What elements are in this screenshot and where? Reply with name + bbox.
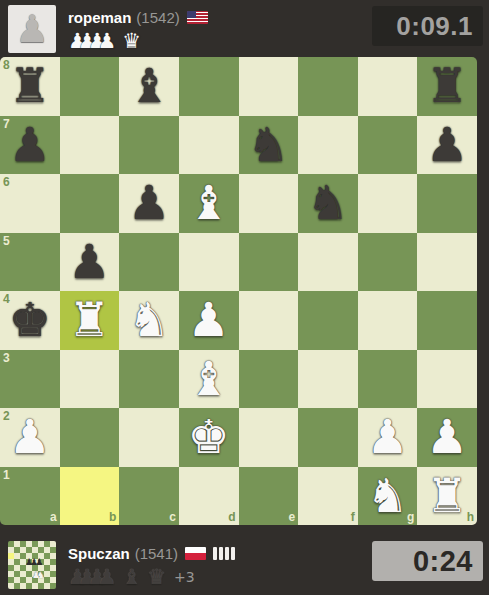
piece-white-pawn[interactable]: ♟ <box>188 292 230 348</box>
rank-label-5: 5 <box>3 235 10 247</box>
captured-p: ♟ <box>97 30 116 52</box>
piece-white-rook[interactable]: ♜ <box>68 292 110 348</box>
square-e5[interactable] <box>239 233 299 292</box>
square-f5[interactable] <box>298 233 358 292</box>
bottom-player-clock: 0:24 <box>372 541 483 581</box>
captured-b: ♝ <box>122 566 141 588</box>
square-h2[interactable]: ♟ <box>417 408 477 467</box>
square-h5[interactable] <box>417 233 477 292</box>
square-c4[interactable]: ♞ <box>119 291 179 350</box>
square-e4[interactable] <box>239 291 299 350</box>
piece-white-knight[interactable]: ♞ <box>128 292 170 348</box>
square-d8[interactable] <box>179 57 239 116</box>
square-g5[interactable] <box>358 233 418 292</box>
top-player-avatar[interactable]: ♟ <box>8 5 56 53</box>
piece-black-rook[interactable]: ♜ <box>426 58 468 114</box>
piece-white-rook[interactable]: ♜ <box>426 468 468 524</box>
captured-q: ♛ <box>147 566 166 588</box>
square-b6[interactable] <box>60 174 120 233</box>
piece-black-pawn[interactable]: ♟ <box>426 117 468 173</box>
material-advantage: +3 <box>174 569 195 585</box>
square-f7[interactable] <box>298 116 358 175</box>
square-b8[interactable] <box>60 57 120 116</box>
square-d1[interactable]: d <box>179 467 239 526</box>
bottom-player-name[interactable]: Spuczan <box>68 545 130 562</box>
square-g7[interactable] <box>358 116 418 175</box>
piece-black-rook[interactable]: ♜ <box>9 58 51 114</box>
square-a2[interactable]: 2♟ <box>0 408 60 467</box>
square-b4[interactable]: ♜ <box>60 291 120 350</box>
top-captured-pieces: ♟♟♟♟♛ <box>68 29 208 53</box>
bottom-captured-pieces: ♟♟♟♟♝♛+3 <box>68 565 235 589</box>
avatar-mini-black-pieces: ♟♟♟ <box>25 558 40 567</box>
captured-p: ♟ <box>97 566 116 588</box>
square-g1[interactable]: g♞ <box>358 467 418 526</box>
piece-white-bishop[interactable]: ♝ <box>188 175 230 231</box>
square-b5[interactable]: ♟ <box>60 233 120 292</box>
square-e3[interactable] <box>239 350 299 409</box>
square-c3[interactable] <box>119 350 179 409</box>
square-d4[interactable]: ♟ <box>179 291 239 350</box>
chess-board[interactable]: 8♜♝♜7♟♞♟6♟♝♞5♟4♚♜♞♟3♝2♟♚♟♟1abcdefg♞h♜ <box>0 57 477 525</box>
square-e7[interactable]: ♞ <box>239 116 299 175</box>
square-c2[interactable] <box>119 408 179 467</box>
piece-black-bishop[interactable]: ♝ <box>128 58 170 114</box>
square-e8[interactable] <box>239 57 299 116</box>
bottom-player-rating: (1541) <box>135 545 178 562</box>
bars-indicator <box>213 547 235 560</box>
file-label-a: a <box>50 511 57 523</box>
rank-label-6: 6 <box>3 176 10 188</box>
piece-white-bishop[interactable]: ♝ <box>188 351 230 407</box>
piece-black-knight[interactable]: ♞ <box>247 117 289 173</box>
top-player-bar: ♟ ropeman (1542) ♟♟♟♟♛ 0:09.1 <box>0 0 489 57</box>
square-a7[interactable]: 7♟ <box>0 116 60 175</box>
avatar-mini-white-pieces: ♟♞ <box>32 571 42 580</box>
square-f8[interactable] <box>298 57 358 116</box>
square-e6[interactable] <box>239 174 299 233</box>
top-player-clock: 0:09.1 <box>372 6 483 46</box>
square-e2[interactable] <box>239 408 299 467</box>
file-label-e: e <box>288 511 295 523</box>
piece-black-king[interactable]: ♚ <box>9 292 51 348</box>
game-page: ♟ ropeman (1542) ♟♟♟♟♛ 0:09.1 8♜♝♜7♟♞♟6♟… <box>0 0 489 595</box>
square-g8[interactable] <box>358 57 418 116</box>
square-a3[interactable]: 3 <box>0 350 60 409</box>
file-label-d: d <box>228 511 235 523</box>
square-g2[interactable]: ♟ <box>358 408 418 467</box>
square-h3[interactable] <box>417 350 477 409</box>
square-h4[interactable] <box>417 291 477 350</box>
square-f1[interactable]: f <box>298 467 358 526</box>
square-g6[interactable] <box>358 174 418 233</box>
piece-black-pawn[interactable]: ♟ <box>9 117 51 173</box>
top-player-name[interactable]: ropeman <box>68 9 131 26</box>
piece-black-knight[interactable]: ♞ <box>307 175 349 231</box>
square-g3[interactable] <box>358 350 418 409</box>
piece-black-pawn[interactable]: ♟ <box>68 234 110 290</box>
square-c1[interactable]: c <box>119 467 179 526</box>
square-g4[interactable] <box>358 291 418 350</box>
square-f2[interactable] <box>298 408 358 467</box>
square-b7[interactable] <box>60 116 120 175</box>
square-f6[interactable]: ♞ <box>298 174 358 233</box>
square-h1[interactable]: h♜ <box>417 467 477 526</box>
square-f3[interactable] <box>298 350 358 409</box>
piece-white-king[interactable]: ♚ <box>188 409 230 465</box>
file-label-g: g <box>407 511 414 523</box>
rank-label-3: 3 <box>3 352 10 364</box>
rank-label-7: 7 <box>3 118 10 130</box>
bar-segment <box>213 547 217 560</box>
square-d3[interactable]: ♝ <box>179 350 239 409</box>
bottom-player-avatar[interactable]: ♟♟♟ ♟♞ <box>8 541 56 589</box>
piece-black-pawn[interactable]: ♟ <box>128 175 170 231</box>
piece-white-pawn[interactable]: ♟ <box>366 409 408 465</box>
file-label-b: b <box>109 511 116 523</box>
square-a4[interactable]: 4♚ <box>0 291 60 350</box>
rank-label-8: 8 <box>3 59 10 71</box>
rank-label-2: 2 <box>3 410 10 422</box>
file-label-h: h <box>467 511 474 523</box>
square-c7[interactable] <box>119 116 179 175</box>
piece-white-pawn[interactable]: ♟ <box>426 409 468 465</box>
square-c8[interactable]: ♝ <box>119 57 179 116</box>
square-h7[interactable]: ♟ <box>417 116 477 175</box>
bottom-player-info: Spuczan (1541) ♟♟♟♟♝♛+3 <box>68 536 235 589</box>
square-b2[interactable] <box>60 408 120 467</box>
file-label-c: c <box>169 511 176 523</box>
rank-label-4: 4 <box>3 293 10 305</box>
piece-white-pawn[interactable]: ♟ <box>9 409 51 465</box>
square-a6[interactable]: 6 <box>0 174 60 233</box>
top-player-info: ropeman (1542) ♟♟♟♟♛ <box>68 0 208 53</box>
square-b1[interactable]: b <box>60 467 120 526</box>
square-d6[interactable]: ♝ <box>179 174 239 233</box>
square-h8[interactable]: ♜ <box>417 57 477 116</box>
square-a8[interactable]: 8♜ <box>0 57 60 116</box>
piece-white-knight[interactable]: ♞ <box>366 468 408 524</box>
bar-segment <box>231 547 235 560</box>
square-d7[interactable] <box>179 116 239 175</box>
square-d2[interactable]: ♚ <box>179 408 239 467</box>
bottom-player-bar: ♟♟♟ ♟♞ Spuczan (1541) ♟♟♟♟♝♛+3 0:24 <box>0 536 489 595</box>
square-h6[interactable] <box>417 174 477 233</box>
square-e1[interactable]: e <box>239 467 299 526</box>
square-a1[interactable]: 1a <box>0 467 60 526</box>
captured-q: ♛ <box>122 30 141 52</box>
square-d5[interactable] <box>179 233 239 292</box>
avatar-highlight-cell <box>8 553 14 559</box>
file-label-f: f <box>351 511 355 523</box>
bar-segment <box>225 547 229 560</box>
square-f4[interactable] <box>298 291 358 350</box>
square-a5[interactable]: 5 <box>0 233 60 292</box>
square-b3[interactable] <box>60 350 120 409</box>
rank-label-1: 1 <box>3 469 10 481</box>
poland-flag-icon <box>185 547 206 560</box>
square-c6[interactable]: ♟ <box>119 174 179 233</box>
pawn-avatar-icon: ♟ <box>15 5 49 53</box>
us-flag-icon <box>187 11 208 24</box>
bar-segment <box>219 547 223 560</box>
top-player-rating: (1542) <box>136 9 179 26</box>
square-c5[interactable] <box>119 233 179 292</box>
